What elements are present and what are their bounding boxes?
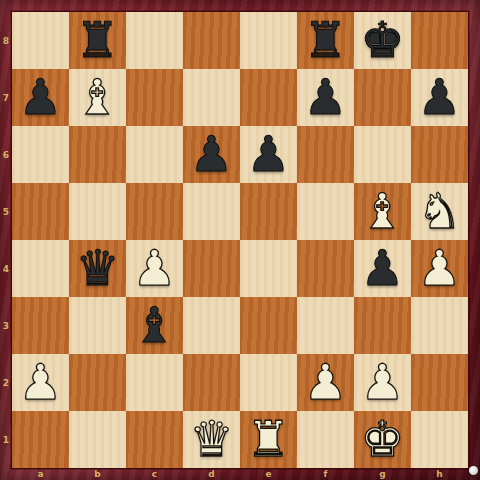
piece-black-pawn[interactable]: ♟ <box>418 69 462 126</box>
square-c3[interactable]: ♝ <box>126 297 183 354</box>
square-g6[interactable] <box>354 126 411 183</box>
square-f1[interactable] <box>297 411 354 468</box>
square-c8[interactable] <box>126 12 183 69</box>
rank-label-7: 7 <box>0 69 12 126</box>
square-b6[interactable] <box>69 126 126 183</box>
square-f8[interactable]: ♜ <box>297 12 354 69</box>
piece-black-pawn[interactable]: ♟ <box>19 69 63 126</box>
piece-black-rook[interactable]: ♜ <box>304 12 348 69</box>
piece-white-pawn[interactable]: ♟ <box>418 240 462 297</box>
square-e2[interactable] <box>240 354 297 411</box>
square-b1[interactable] <box>69 411 126 468</box>
square-h8[interactable] <box>411 12 468 69</box>
piece-white-bishop[interactable]: ♝ <box>76 69 120 126</box>
square-c7[interactable] <box>126 69 183 126</box>
square-e4[interactable] <box>240 240 297 297</box>
square-f3[interactable] <box>297 297 354 354</box>
piece-black-pawn[interactable]: ♟ <box>361 240 405 297</box>
rank-label-3: 3 <box>0 297 12 354</box>
square-e5[interactable] <box>240 183 297 240</box>
piece-black-bishop[interactable]: ♝ <box>133 297 177 354</box>
square-d8[interactable] <box>183 12 240 69</box>
square-h3[interactable] <box>411 297 468 354</box>
piece-white-pawn[interactable]: ♟ <box>304 354 348 411</box>
square-d1[interactable]: ♛ <box>183 411 240 468</box>
square-f6[interactable] <box>297 126 354 183</box>
square-a3[interactable] <box>12 297 69 354</box>
square-b3[interactable] <box>69 297 126 354</box>
file-label-f: f <box>297 468 354 480</box>
file-label-g: g <box>354 468 411 480</box>
square-g5[interactable]: ♝ <box>354 183 411 240</box>
rank-label-4: 4 <box>0 240 12 297</box>
square-c1[interactable] <box>126 411 183 468</box>
square-a2[interactable]: ♟ <box>12 354 69 411</box>
piece-white-rook[interactable]: ♜ <box>247 411 291 468</box>
square-e1[interactable]: ♜ <box>240 411 297 468</box>
file-label-a: a <box>12 468 69 480</box>
square-d3[interactable] <box>183 297 240 354</box>
chess-board: ♜♜♚♟♝♟♟♟♟♝♞♛♟♟♟♝♟♟♟♛♜♚ <box>12 12 468 468</box>
piece-black-king[interactable]: ♚ <box>361 12 405 69</box>
square-h2[interactable] <box>411 354 468 411</box>
square-f7[interactable]: ♟ <box>297 69 354 126</box>
file-label-b: b <box>69 468 126 480</box>
piece-white-king[interactable]: ♚ <box>361 411 405 468</box>
square-h7[interactable]: ♟ <box>411 69 468 126</box>
piece-black-pawn[interactable]: ♟ <box>304 69 348 126</box>
square-b7[interactable]: ♝ <box>69 69 126 126</box>
rank-label-1: 1 <box>0 411 12 468</box>
square-b8[interactable]: ♜ <box>69 12 126 69</box>
square-a6[interactable] <box>12 126 69 183</box>
square-g7[interactable] <box>354 69 411 126</box>
square-e7[interactable] <box>240 69 297 126</box>
square-h6[interactable] <box>411 126 468 183</box>
piece-white-queen[interactable]: ♛ <box>190 411 234 468</box>
square-f4[interactable] <box>297 240 354 297</box>
square-c6[interactable] <box>126 126 183 183</box>
file-label-c: c <box>126 468 183 480</box>
file-label-h: h <box>411 468 468 480</box>
piece-white-pawn[interactable]: ♟ <box>19 354 63 411</box>
piece-white-knight[interactable]: ♞ <box>418 183 462 240</box>
rank-label-5: 5 <box>0 183 12 240</box>
square-e3[interactable] <box>240 297 297 354</box>
square-g4[interactable]: ♟ <box>354 240 411 297</box>
square-h1[interactable] <box>411 411 468 468</box>
square-c2[interactable] <box>126 354 183 411</box>
square-g8[interactable]: ♚ <box>354 12 411 69</box>
square-e8[interactable] <box>240 12 297 69</box>
square-g2[interactable]: ♟ <box>354 354 411 411</box>
side-to-move-indicator <box>469 466 478 475</box>
square-d2[interactable] <box>183 354 240 411</box>
rank-label-8: 8 <box>0 12 12 69</box>
square-h5[interactable]: ♞ <box>411 183 468 240</box>
square-g3[interactable] <box>354 297 411 354</box>
square-a4[interactable] <box>12 240 69 297</box>
piece-white-pawn[interactable]: ♟ <box>361 354 405 411</box>
square-g1[interactable]: ♚ <box>354 411 411 468</box>
square-a1[interactable] <box>12 411 69 468</box>
file-label-d: d <box>183 468 240 480</box>
piece-white-pawn[interactable]: ♟ <box>133 240 177 297</box>
board-frame: ♜♜♚♟♝♟♟♟♟♝♞♛♟♟♟♝♟♟♟♛♜♚ 87654321 abcdefgh <box>0 0 480 480</box>
square-d6[interactable]: ♟ <box>183 126 240 183</box>
square-b2[interactable] <box>69 354 126 411</box>
square-b5[interactable] <box>69 183 126 240</box>
square-c4[interactable]: ♟ <box>126 240 183 297</box>
piece-black-queen[interactable]: ♛ <box>76 240 120 297</box>
piece-black-pawn[interactable]: ♟ <box>190 126 234 183</box>
square-d5[interactable] <box>183 183 240 240</box>
square-d7[interactable] <box>183 69 240 126</box>
square-d4[interactable] <box>183 240 240 297</box>
piece-white-bishop[interactable]: ♝ <box>361 183 405 240</box>
square-f5[interactable] <box>297 183 354 240</box>
rank-label-2: 2 <box>0 354 12 411</box>
square-f2[interactable]: ♟ <box>297 354 354 411</box>
square-a8[interactable] <box>12 12 69 69</box>
square-a5[interactable] <box>12 183 69 240</box>
square-c5[interactable] <box>126 183 183 240</box>
square-a7[interactable]: ♟ <box>12 69 69 126</box>
piece-black-pawn[interactable]: ♟ <box>247 126 291 183</box>
square-e6[interactable]: ♟ <box>240 126 297 183</box>
file-label-e: e <box>240 468 297 480</box>
rank-label-6: 6 <box>0 126 12 183</box>
square-b4[interactable]: ♛ <box>69 240 126 297</box>
piece-black-rook[interactable]: ♜ <box>76 12 120 69</box>
square-h4[interactable]: ♟ <box>411 240 468 297</box>
